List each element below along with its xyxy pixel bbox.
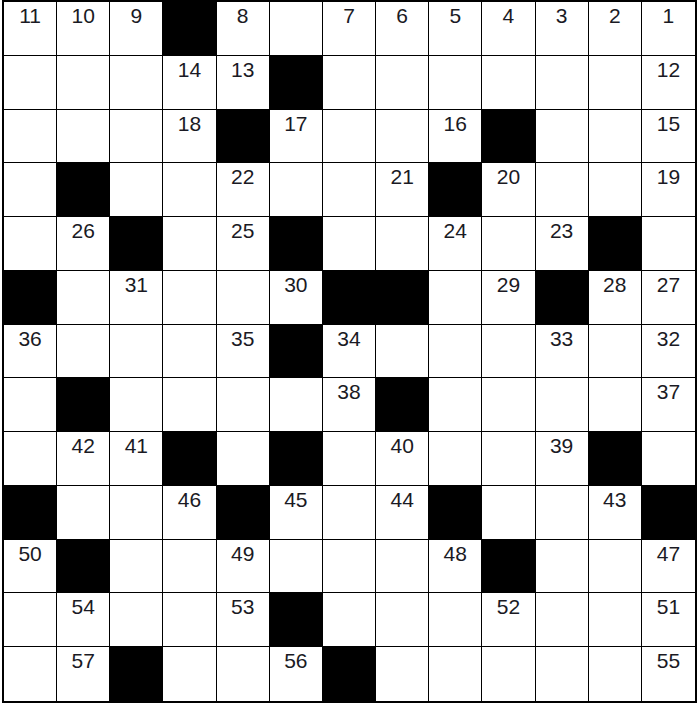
clue-number: 14	[163, 58, 215, 81]
grid-cell[interactable]: 31	[110, 271, 163, 325]
grid-cell[interactable]	[482, 56, 535, 110]
grid-cell[interactable]	[536, 56, 589, 110]
grid-cell[interactable]	[429, 432, 482, 486]
clue-number: 11	[4, 4, 56, 27]
grid-cell[interactable]	[323, 163, 376, 217]
clue-number: 51	[642, 595, 695, 618]
block-cell	[270, 56, 323, 110]
grid-cell[interactable]	[4, 56, 57, 110]
grid-cell[interactable]: 50	[4, 540, 57, 594]
grid-cell[interactable]	[270, 540, 323, 594]
grid-cell[interactable]	[57, 486, 110, 540]
grid-cell[interactable]	[323, 432, 376, 486]
grid-cell[interactable]	[536, 540, 589, 594]
grid-cell[interactable]	[163, 217, 216, 271]
grid-cell[interactable]	[4, 432, 57, 486]
clue-number: 3	[536, 4, 588, 27]
clue-number: 36	[4, 327, 56, 350]
grid-cell[interactable]: 11	[4, 2, 57, 56]
grid-cell[interactable]: 32	[642, 325, 695, 379]
clue-number: 46	[163, 488, 215, 511]
block-cell	[217, 486, 270, 540]
clue-number: 57	[57, 649, 109, 672]
grid-cell[interactable]	[110, 325, 163, 379]
clue-number: 7	[323, 4, 375, 27]
grid-cell[interactable]	[482, 217, 535, 271]
grid-cell[interactable]: 14	[163, 56, 216, 110]
clue-number: 10	[57, 4, 109, 27]
grid-cell[interactable]	[4, 647, 57, 701]
grid-cell[interactable]: 53	[217, 593, 270, 647]
grid-cell[interactable]: 15	[642, 110, 695, 164]
grid-cell[interactable]	[536, 593, 589, 647]
grid-cell[interactable]: 20	[482, 163, 535, 217]
grid-cell[interactable]	[589, 593, 642, 647]
grid-cell[interactable]: 3	[536, 2, 589, 56]
grid-cell[interactable]: 51	[642, 593, 695, 647]
grid-cell[interactable]	[589, 110, 642, 164]
clue-number: 39	[536, 434, 588, 457]
grid-cell[interactable]	[270, 163, 323, 217]
clue-number: 25	[217, 219, 269, 242]
block-cell	[57, 163, 110, 217]
clue-number: 18	[163, 112, 215, 135]
grid-cell[interactable]: 48	[429, 540, 482, 594]
clue-number: 50	[4, 542, 56, 565]
grid-cell[interactable]	[163, 647, 216, 701]
block-cell	[270, 217, 323, 271]
grid-cell[interactable]: 45	[270, 486, 323, 540]
block-cell	[642, 486, 695, 540]
grid-cell[interactable]: 57	[57, 647, 110, 701]
grid-cell[interactable]: 56	[270, 647, 323, 701]
grid-cell[interactable]	[163, 271, 216, 325]
block-cell	[163, 2, 216, 56]
grid-cell[interactable]: 6	[376, 2, 429, 56]
grid-cell[interactable]: 1	[642, 2, 695, 56]
clue-number: 38	[323, 380, 375, 403]
clue-number: 21	[376, 165, 428, 188]
grid-cell[interactable]: 55	[642, 647, 695, 701]
grid-cell[interactable]	[270, 2, 323, 56]
clue-number: 27	[642, 273, 695, 296]
clue-number: 22	[217, 165, 269, 188]
clue-number: 23	[536, 219, 588, 242]
clue-number: 34	[323, 327, 375, 350]
grid-cell[interactable]: 44	[376, 486, 429, 540]
clue-number: 32	[642, 327, 695, 350]
clue-number: 45	[270, 488, 322, 511]
clue-number: 9	[110, 4, 162, 27]
grid-cell[interactable]	[217, 271, 270, 325]
clue-number: 54	[57, 595, 109, 618]
grid-cell[interactable]	[4, 217, 57, 271]
grid-cell[interactable]	[323, 217, 376, 271]
grid-cell[interactable]	[376, 110, 429, 164]
clue-number: 12	[642, 58, 695, 81]
grid-cell[interactable]	[429, 647, 482, 701]
grid-cell[interactable]: 39	[536, 432, 589, 486]
grid-cell[interactable]	[57, 325, 110, 379]
grid-cell[interactable]	[110, 110, 163, 164]
block-cell	[217, 110, 270, 164]
block-cell	[57, 540, 110, 594]
grid-cell[interactable]: 22	[217, 163, 270, 217]
clue-number: 29	[482, 273, 534, 296]
grid-cell[interactable]	[482, 378, 535, 432]
grid-cell[interactable]	[429, 56, 482, 110]
block-cell	[376, 378, 429, 432]
clue-number: 37	[642, 380, 695, 403]
clue-number: 48	[429, 542, 481, 565]
grid-cell[interactable]	[536, 647, 589, 701]
clue-number: 31	[110, 273, 162, 296]
clue-number: 28	[589, 273, 641, 296]
block-cell	[536, 271, 589, 325]
clue-number: 6	[376, 4, 428, 27]
grid-cell[interactable]	[163, 593, 216, 647]
grid-cell[interactable]: 42	[57, 432, 110, 486]
grid-cell[interactable]	[57, 271, 110, 325]
grid-cell[interactable]: 17	[270, 110, 323, 164]
grid-cell[interactable]	[589, 378, 642, 432]
grid-cell[interactable]: 10	[57, 2, 110, 56]
grid-cell[interactable]	[589, 56, 642, 110]
clue-number: 47	[642, 542, 695, 565]
grid-cell[interactable]	[482, 432, 535, 486]
clue-number: 17	[270, 112, 322, 135]
grid-cell[interactable]	[110, 163, 163, 217]
grid-cell[interactable]	[323, 486, 376, 540]
clue-number: 20	[482, 165, 534, 188]
block-cell	[482, 540, 535, 594]
clue-number: 56	[270, 649, 322, 672]
grid-cell[interactable]: 36	[4, 325, 57, 379]
block-cell	[482, 110, 535, 164]
block-cell	[429, 486, 482, 540]
grid-cell[interactable]	[482, 486, 535, 540]
crossword-board: 1110987654321141312181716152221201926252…	[2, 0, 697, 703]
clue-number: 52	[482, 595, 534, 618]
clue-number: 44	[376, 488, 428, 511]
clue-number: 8	[217, 4, 269, 27]
grid-cell[interactable]: 21	[376, 163, 429, 217]
grid-cell[interactable]	[589, 647, 642, 701]
grid-cell[interactable]	[536, 163, 589, 217]
grid-cell[interactable]: 4	[482, 2, 535, 56]
grid-cell[interactable]	[376, 647, 429, 701]
grid-cell[interactable]: 2	[589, 2, 642, 56]
clue-number: 40	[376, 434, 428, 457]
grid-cell[interactable]: 35	[217, 325, 270, 379]
clue-number: 26	[57, 219, 109, 242]
grid-cell[interactable]: 29	[482, 271, 535, 325]
grid-cell[interactable]	[217, 378, 270, 432]
grid-cell[interactable]	[323, 56, 376, 110]
grid-cell[interactable]	[429, 325, 482, 379]
grid-cell[interactable]	[429, 593, 482, 647]
block-cell	[270, 432, 323, 486]
grid-cell[interactable]: 37	[642, 378, 695, 432]
grid-cell[interactable]: 16	[429, 110, 482, 164]
clue-number: 5	[429, 4, 481, 27]
grid-cell[interactable]: 30	[270, 271, 323, 325]
grid-cell[interactable]: 52	[482, 593, 535, 647]
grid-cell[interactable]	[57, 110, 110, 164]
grid-cell[interactable]: 25	[217, 217, 270, 271]
grid-cell[interactable]	[323, 593, 376, 647]
grid-cell[interactable]: 43	[589, 486, 642, 540]
grid-cell[interactable]	[429, 378, 482, 432]
grid-cell[interactable]: 23	[536, 217, 589, 271]
block-cell	[323, 271, 376, 325]
grid-cell[interactable]: 19	[642, 163, 695, 217]
grid-cell[interactable]	[376, 593, 429, 647]
grid-cell[interactable]	[589, 163, 642, 217]
block-cell	[270, 593, 323, 647]
grid-cell[interactable]	[163, 163, 216, 217]
grid-cell[interactable]	[323, 540, 376, 594]
clue-number: 15	[642, 112, 695, 135]
block-cell	[270, 325, 323, 379]
grid-cell[interactable]	[217, 647, 270, 701]
grid-cell[interactable]	[323, 110, 376, 164]
grid-cell[interactable]: 40	[376, 432, 429, 486]
block-cell	[429, 163, 482, 217]
clue-number: 55	[642, 649, 695, 672]
grid-cell[interactable]: 33	[536, 325, 589, 379]
grid-cell[interactable]	[642, 432, 695, 486]
grid-cell[interactable]: 7	[323, 2, 376, 56]
clue-number: 35	[217, 327, 269, 350]
grid-cell[interactable]	[376, 56, 429, 110]
grid-cell[interactable]	[376, 540, 429, 594]
grid-cell[interactable]: 46	[163, 486, 216, 540]
clue-number: 24	[429, 219, 481, 242]
grid-cell[interactable]: 54	[57, 593, 110, 647]
grid-cell[interactable]: 24	[429, 217, 482, 271]
block-cell	[323, 647, 376, 701]
grid-cell[interactable]: 5	[429, 2, 482, 56]
grid-cell[interactable]: 9	[110, 2, 163, 56]
grid-cell[interactable]	[110, 378, 163, 432]
grid-cell[interactable]	[642, 217, 695, 271]
grid-cell[interactable]	[163, 325, 216, 379]
grid-cell[interactable]	[57, 56, 110, 110]
grid-cell[interactable]	[4, 593, 57, 647]
block-cell	[57, 378, 110, 432]
block-cell	[376, 271, 429, 325]
grid-cell[interactable]	[110, 56, 163, 110]
grid-cell[interactable]	[4, 163, 57, 217]
clue-number: 4	[482, 4, 534, 27]
block-cell	[163, 432, 216, 486]
grid-cell[interactable]	[270, 378, 323, 432]
grid-cell[interactable]: 49	[217, 540, 270, 594]
grid-cell[interactable]: 47	[642, 540, 695, 594]
block-cell	[110, 647, 163, 701]
clue-number: 19	[642, 165, 695, 188]
block-cell	[589, 432, 642, 486]
grid-cell[interactable]	[536, 486, 589, 540]
clue-number: 2	[589, 4, 641, 27]
clue-number: 43	[589, 488, 641, 511]
grid-cell[interactable]: 18	[163, 110, 216, 164]
grid-cell[interactable]	[376, 217, 429, 271]
grid-cell[interactable]	[163, 540, 216, 594]
clue-number: 42	[57, 434, 109, 457]
grid-cell[interactable]: 26	[57, 217, 110, 271]
grid-cell[interactable]: 27	[642, 271, 695, 325]
grid-cell[interactable]	[376, 325, 429, 379]
block-cell	[4, 486, 57, 540]
grid-cell[interactable]	[217, 432, 270, 486]
grid-cell[interactable]	[482, 325, 535, 379]
clue-number: 1	[642, 4, 695, 27]
grid-cell[interactable]	[110, 593, 163, 647]
grid-cell[interactable]: 13	[217, 56, 270, 110]
block-cell	[110, 217, 163, 271]
grid-cell[interactable]: 38	[323, 378, 376, 432]
grid-cell[interactable]: 34	[323, 325, 376, 379]
grid-cell[interactable]	[536, 110, 589, 164]
grid-cell[interactable]	[163, 378, 216, 432]
clue-number: 30	[270, 273, 322, 296]
grid-cell[interactable]	[110, 540, 163, 594]
block-cell	[4, 271, 57, 325]
grid-cell[interactable]: 8	[217, 2, 270, 56]
grid-cell[interactable]	[4, 110, 57, 164]
grid-cell[interactable]	[110, 486, 163, 540]
clue-number: 53	[217, 595, 269, 618]
clue-number: 33	[536, 327, 588, 350]
grid-cell[interactable]: 12	[642, 56, 695, 110]
block-cell	[589, 217, 642, 271]
clue-number: 16	[429, 112, 481, 135]
grid-cell[interactable]: 41	[110, 432, 163, 486]
grid-cell[interactable]	[589, 325, 642, 379]
clue-number: 41	[110, 434, 162, 457]
clue-number: 13	[217, 58, 269, 81]
grid-cell[interactable]	[589, 540, 642, 594]
grid-cell[interactable]	[429, 271, 482, 325]
grid-cell[interactable]	[482, 647, 535, 701]
grid-cell[interactable]	[4, 378, 57, 432]
clue-number: 49	[217, 542, 269, 565]
grid-cell[interactable]	[536, 378, 589, 432]
grid-cell[interactable]: 28	[589, 271, 642, 325]
